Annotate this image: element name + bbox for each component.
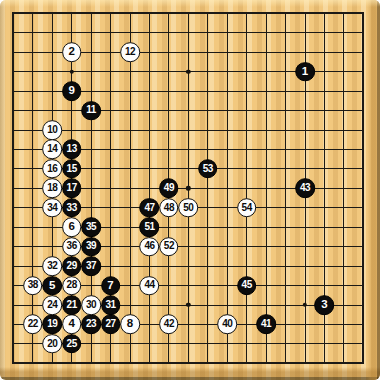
stone-move-7-black[interactable]: 7	[101, 276, 121, 296]
stone-move-25-black[interactable]: 25	[62, 334, 82, 354]
stone-move-37-black[interactable]: 37	[81, 256, 101, 276]
stone-move-12-white[interactable]: 12	[120, 42, 140, 62]
stone-move-13-black[interactable]: 13	[62, 140, 82, 160]
stone-move-54-white[interactable]: 54	[237, 198, 257, 218]
stone-move-16-white[interactable]: 16	[42, 159, 62, 179]
stone-move-34-white[interactable]: 34	[42, 198, 62, 218]
stones-layer: 1234567891011121314151617181920212223242…	[0, 0, 380, 380]
stone-move-30-white[interactable]: 30	[81, 295, 101, 315]
stone-move-6-white[interactable]: 6	[62, 217, 82, 237]
stone-move-27-black[interactable]: 27	[101, 315, 121, 335]
stone-move-14-white[interactable]: 14	[42, 140, 62, 160]
stone-move-4-white[interactable]: 4	[62, 315, 82, 335]
stone-move-11-black[interactable]: 11	[81, 101, 101, 121]
stone-move-18-white[interactable]: 18	[42, 179, 62, 199]
stone-move-29-black[interactable]: 29	[62, 256, 82, 276]
stone-move-36-white[interactable]: 36	[62, 237, 82, 257]
stone-move-5-black[interactable]: 5	[42, 276, 62, 296]
stone-move-38-white[interactable]: 38	[23, 276, 43, 296]
stone-move-52-white[interactable]: 52	[159, 237, 179, 257]
stone-move-35-black[interactable]: 35	[81, 217, 101, 237]
stone-move-33-black[interactable]: 33	[62, 198, 82, 218]
stone-move-15-black[interactable]: 15	[62, 159, 82, 179]
stone-move-19-black[interactable]: 19	[42, 315, 62, 335]
stone-move-45-black[interactable]: 45	[237, 276, 257, 296]
stone-move-28-white[interactable]: 28	[62, 276, 82, 296]
stone-move-9-black[interactable]: 9	[62, 81, 82, 101]
stone-move-47-black[interactable]: 47	[140, 198, 160, 218]
stone-move-1-black[interactable]: 1	[295, 62, 315, 82]
go-board[interactable]: 1234567891011121314151617181920212223242…	[0, 0, 380, 380]
stone-move-22-white[interactable]: 22	[23, 315, 43, 335]
stone-move-51-black[interactable]: 51	[140, 217, 160, 237]
stone-move-21-black[interactable]: 21	[62, 295, 82, 315]
stone-move-23-black[interactable]: 23	[81, 315, 101, 335]
stone-move-41-black[interactable]: 41	[256, 315, 276, 335]
stone-move-53-black[interactable]: 53	[198, 159, 218, 179]
stone-move-17-black[interactable]: 17	[62, 179, 82, 199]
stone-move-40-white[interactable]: 40	[217, 315, 237, 335]
stone-move-39-black[interactable]: 39	[81, 237, 101, 257]
stone-move-31-black[interactable]: 31	[101, 295, 121, 315]
stone-move-44-white[interactable]: 44	[140, 276, 160, 296]
stone-move-42-white[interactable]: 42	[159, 315, 179, 335]
stone-move-8-white[interactable]: 8	[120, 315, 140, 335]
stone-move-50-white[interactable]: 50	[179, 198, 199, 218]
stone-move-10-white[interactable]: 10	[42, 120, 62, 140]
stone-move-24-white[interactable]: 24	[42, 295, 62, 315]
stone-move-43-black[interactable]: 43	[295, 179, 315, 199]
stone-move-32-white[interactable]: 32	[42, 256, 62, 276]
stone-move-3-black[interactable]: 3	[315, 295, 335, 315]
stone-move-2-white[interactable]: 2	[62, 42, 82, 62]
stone-move-46-white[interactable]: 46	[140, 237, 160, 257]
stone-move-20-white[interactable]: 20	[42, 334, 62, 354]
stone-move-48-white[interactable]: 48	[159, 198, 179, 218]
stone-move-49-black[interactable]: 49	[159, 179, 179, 199]
